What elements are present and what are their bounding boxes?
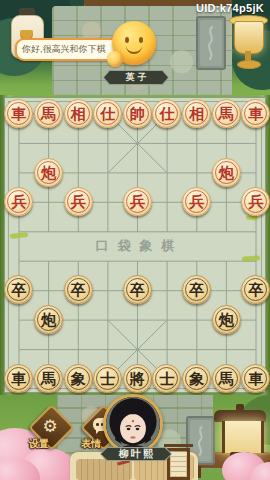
piece-black-soldier[interactable]: 卒 bbox=[64, 275, 93, 304]
board-point[interactable] bbox=[63, 334, 93, 363]
board-point[interactable]: 象 bbox=[182, 363, 212, 392]
board-point[interactable] bbox=[93, 246, 123, 275]
piece-black-cannon[interactable]: 炮 bbox=[212, 305, 241, 334]
board-zone: 口袋象棋 車馬相仕帥仕相馬車炮炮兵兵兵兵兵卒卒卒卒卒炮炮車馬象士將士象馬車 bbox=[0, 95, 270, 395]
board-point[interactable]: 將 bbox=[123, 363, 153, 392]
emotes-label: 表情 bbox=[74, 437, 108, 451]
board-point[interactable] bbox=[182, 305, 212, 334]
piece-black-general[interactable]: 將 bbox=[123, 364, 152, 393]
piece-black-horse[interactable]: 馬 bbox=[34, 364, 63, 393]
board-point[interactable] bbox=[63, 128, 93, 157]
board-point[interactable]: 卒 bbox=[182, 275, 212, 304]
board-point[interactable]: 卒 bbox=[123, 275, 153, 304]
board-point[interactable] bbox=[63, 216, 93, 245]
board-point[interactable] bbox=[152, 334, 182, 363]
board-point[interactable] bbox=[93, 334, 123, 363]
board-point[interactable] bbox=[93, 157, 123, 186]
board-point[interactable] bbox=[4, 157, 34, 186]
board-point[interactable] bbox=[182, 128, 212, 157]
piece-black-chariot[interactable]: 車 bbox=[4, 364, 33, 393]
board-point[interactable] bbox=[34, 246, 64, 275]
board-point[interactable]: 卒 bbox=[63, 275, 93, 304]
board-point[interactable] bbox=[63, 246, 93, 275]
board-point[interactable]: 仕 bbox=[152, 99, 182, 128]
board-point[interactable] bbox=[123, 157, 153, 186]
piece-red-soldier[interactable]: 兵 bbox=[4, 187, 33, 216]
board-point[interactable]: 車 bbox=[4, 363, 34, 392]
board-point[interactable]: 馬 bbox=[34, 99, 64, 128]
board-point[interactable] bbox=[211, 216, 241, 245]
board-point[interactable]: 兵 bbox=[63, 187, 93, 216]
board-point[interactable]: 炮 bbox=[34, 305, 64, 334]
board-point[interactable]: 馬 bbox=[211, 99, 241, 128]
board-point[interactable]: 車 bbox=[4, 99, 34, 128]
piece-red-chariot[interactable]: 車 bbox=[4, 99, 33, 128]
board-point[interactable] bbox=[211, 187, 241, 216]
board-point[interactable]: 兵 bbox=[123, 187, 153, 216]
board-point[interactable]: 帥 bbox=[123, 99, 153, 128]
piece-black-horse[interactable]: 馬 bbox=[212, 364, 241, 393]
stone-stele bbox=[196, 16, 226, 70]
board-point[interactable]: 炮 bbox=[211, 305, 241, 334]
player-name: 柳叶熙 bbox=[101, 448, 171, 460]
board-point[interactable] bbox=[93, 305, 123, 334]
xiangqi-game-screen: UID:k74p5jK 你好,很高兴和你下棋 英子 口袋象棋 車馬相仕帥仕相馬車… bbox=[0, 0, 270, 480]
board-point[interactable]: 士 bbox=[152, 363, 182, 392]
piece-red-horse[interactable]: 馬 bbox=[34, 99, 63, 128]
board-point[interactable]: 炮 bbox=[34, 157, 64, 186]
board-point[interactable]: 士 bbox=[93, 363, 123, 392]
piece-red-elephant[interactable]: 相 bbox=[64, 99, 93, 128]
piece-red-chariot[interactable]: 車 bbox=[241, 99, 270, 128]
board-point[interactable] bbox=[152, 305, 182, 334]
piece-red-advisor[interactable]: 仕 bbox=[93, 99, 122, 128]
piece-red-elephant[interactable]: 相 bbox=[182, 99, 211, 128]
board-grid: 車馬相仕帥仕相馬車炮炮兵兵兵兵兵卒卒卒卒卒炮炮車馬象士將士象馬車 bbox=[4, 99, 270, 393]
board-point[interactable]: 炮 bbox=[211, 157, 241, 186]
board-point[interactable] bbox=[34, 128, 64, 157]
board-point[interactable] bbox=[211, 128, 241, 157]
opponent-name-badge: 英子 bbox=[103, 70, 169, 85]
board-point[interactable] bbox=[211, 246, 241, 275]
board-point[interactable] bbox=[152, 246, 182, 275]
piece-red-advisor[interactable]: 仕 bbox=[152, 99, 181, 128]
player-avatar[interactable] bbox=[103, 394, 163, 454]
board-point[interactable] bbox=[34, 216, 64, 245]
board-point[interactable]: 相 bbox=[63, 99, 93, 128]
piece-black-soldier[interactable]: 卒 bbox=[241, 275, 270, 304]
xiangqi-board: 口袋象棋 車馬相仕帥仕相馬車炮炮兵兵兵兵兵卒卒卒卒卒炮炮車馬象士將士象馬車 bbox=[4, 97, 266, 393]
board-point[interactable] bbox=[241, 334, 270, 363]
player-name-badge: 柳叶熙 bbox=[100, 447, 172, 461]
piece-red-soldier[interactable]: 兵 bbox=[182, 187, 211, 216]
opponent-name: 英子 bbox=[104, 71, 168, 84]
board-point[interactable] bbox=[4, 305, 34, 334]
board-point[interactable] bbox=[152, 187, 182, 216]
piece-red-cannon[interactable]: 炮 bbox=[34, 158, 63, 187]
board-point[interactable]: 相 bbox=[182, 99, 212, 128]
board-point[interactable]: 兵 bbox=[182, 187, 212, 216]
board-point[interactable] bbox=[241, 216, 270, 245]
piece-black-soldier[interactable]: 卒 bbox=[4, 275, 33, 304]
board-point[interactable] bbox=[93, 216, 123, 245]
board-point[interactable] bbox=[4, 216, 34, 245]
avatar-portrait bbox=[106, 397, 160, 451]
piece-black-soldier[interactable]: 卒 bbox=[123, 275, 152, 304]
trophy-icon bbox=[237, 60, 261, 69]
piece-black-advisor[interactable]: 士 bbox=[152, 364, 181, 393]
piece-black-chariot[interactable]: 車 bbox=[241, 364, 270, 393]
board-point[interactable] bbox=[4, 334, 34, 363]
board-point[interactable]: 馬 bbox=[34, 363, 64, 392]
board-point[interactable] bbox=[152, 216, 182, 245]
board-point[interactable]: 車 bbox=[241, 99, 270, 128]
board-point[interactable] bbox=[182, 157, 212, 186]
board-point[interactable] bbox=[152, 275, 182, 304]
board-point[interactable] bbox=[34, 334, 64, 363]
board-point[interactable] bbox=[152, 157, 182, 186]
board-point[interactable] bbox=[4, 128, 34, 157]
board-point[interactable] bbox=[152, 128, 182, 157]
piece-black-cannon[interactable]: 炮 bbox=[34, 305, 63, 334]
board-point[interactable]: 兵 bbox=[4, 187, 34, 216]
board-point[interactable] bbox=[211, 275, 241, 304]
piece-red-general[interactable]: 帥 bbox=[123, 99, 152, 128]
board-point[interactable] bbox=[34, 275, 64, 304]
trophy-icon bbox=[234, 21, 264, 54]
board-point[interactable] bbox=[241, 157, 270, 186]
board-point[interactable]: 兵 bbox=[241, 187, 270, 216]
board-point[interactable]: 卒 bbox=[4, 275, 34, 304]
board-point[interactable]: 仕 bbox=[93, 99, 123, 128]
board-point[interactable]: 車 bbox=[241, 363, 270, 392]
board-point[interactable] bbox=[93, 187, 123, 216]
piece-red-soldier[interactable]: 兵 bbox=[241, 187, 270, 216]
lantern-glow bbox=[222, 421, 264, 453]
board-point[interactable] bbox=[241, 305, 270, 334]
board-point[interactable] bbox=[123, 246, 153, 275]
board-point[interactable] bbox=[63, 157, 93, 186]
board-point[interactable]: 卒 bbox=[241, 275, 270, 304]
board-point[interactable] bbox=[182, 334, 212, 363]
uid-label: UID:k74p5jK bbox=[196, 2, 264, 14]
board-point[interactable] bbox=[123, 334, 153, 363]
waving-hand-icon bbox=[107, 51, 123, 67]
piece-black-soldier[interactable]: 卒 bbox=[182, 275, 211, 304]
piece-black-elephant[interactable]: 象 bbox=[182, 364, 211, 393]
board-point[interactable] bbox=[182, 246, 212, 275]
piece-red-soldier[interactable]: 兵 bbox=[123, 187, 152, 216]
board-point[interactable] bbox=[241, 246, 270, 275]
settings-label: 设置 bbox=[22, 437, 56, 451]
board-point[interactable] bbox=[182, 216, 212, 245]
board-point[interactable]: 象 bbox=[63, 363, 93, 392]
board-point[interactable] bbox=[123, 216, 153, 245]
board-point[interactable] bbox=[93, 128, 123, 157]
board-point[interactable] bbox=[63, 305, 93, 334]
board-point[interactable] bbox=[123, 305, 153, 334]
board-point[interactable] bbox=[93, 275, 123, 304]
board-point[interactable]: 馬 bbox=[211, 363, 241, 392]
piece-red-horse[interactable]: 馬 bbox=[212, 99, 241, 128]
piece-red-soldier[interactable]: 兵 bbox=[64, 187, 93, 216]
piece-red-cannon[interactable]: 炮 bbox=[212, 158, 241, 187]
board-point[interactable] bbox=[34, 187, 64, 216]
piece-black-elephant[interactable]: 象 bbox=[64, 364, 93, 393]
board-point[interactable] bbox=[4, 246, 34, 275]
board-point[interactable] bbox=[211, 334, 241, 363]
board-point[interactable] bbox=[241, 128, 270, 157]
board-point[interactable] bbox=[123, 128, 153, 157]
piece-black-advisor[interactable]: 士 bbox=[93, 364, 122, 393]
